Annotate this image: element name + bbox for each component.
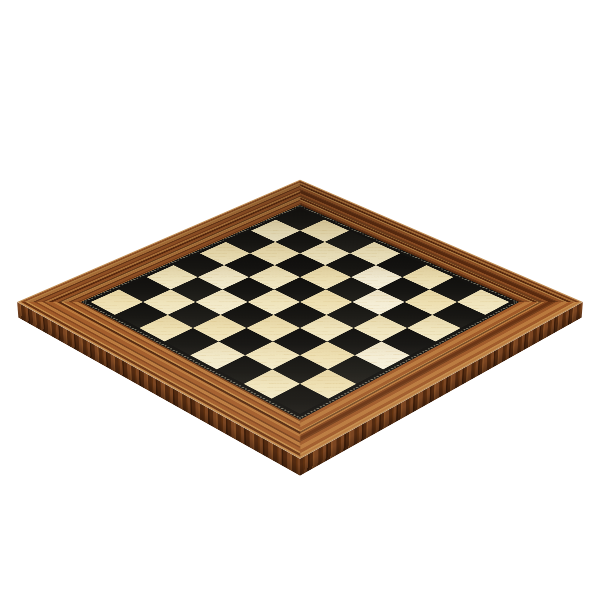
chess-board [17, 180, 583, 459]
board-scene [0, 0, 600, 600]
product-photo-background [0, 0, 600, 600]
board-top-face [17, 180, 583, 459]
